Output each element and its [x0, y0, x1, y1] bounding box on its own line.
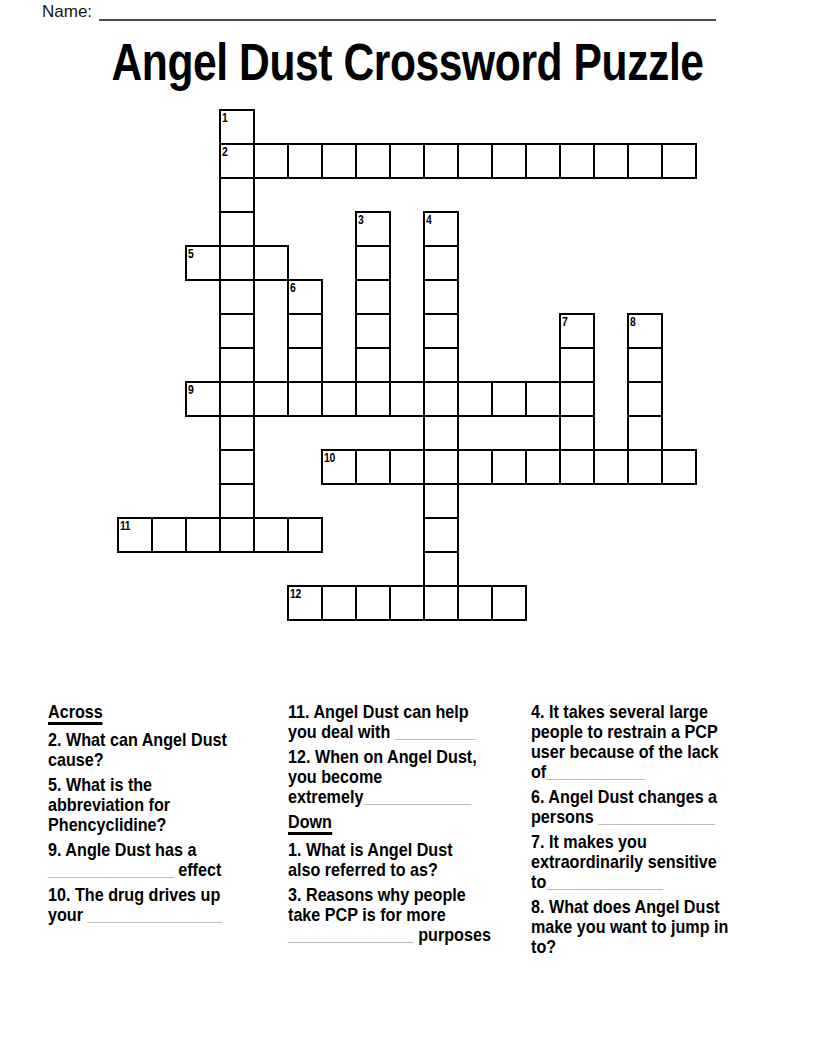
grid-cell-r1c9[interactable] — [423, 143, 459, 179]
clue-text-12a: When on Angel Dust, you become extremely… — [288, 746, 477, 807]
grid-cell-r12c5[interactable] — [287, 517, 323, 553]
grid-cell-r9c13[interactable] — [559, 415, 595, 451]
cell-number-9: 9 — [188, 383, 193, 397]
clue-across-12: 12. When on Angel Dust, you become extre… — [288, 747, 552, 807]
grid-cell-r1c15[interactable] — [627, 143, 663, 179]
grid-cell-r14c11[interactable] — [491, 585, 527, 621]
grid-cell-r6c9[interactable] — [423, 313, 459, 349]
grid-cell-r12c2[interactable] — [185, 517, 221, 553]
clue-number-11a: 11. — [288, 701, 310, 722]
grid-cell-r10c14[interactable] — [593, 449, 629, 485]
clue-number-8d: 8. — [531, 896, 544, 917]
grid-cell-r7c3[interactable] — [219, 347, 255, 383]
grid-cell-r1c7[interactable] — [355, 143, 391, 179]
name-blank-line[interactable] — [99, 19, 716, 21]
grid-cell-r9c3[interactable] — [219, 415, 255, 451]
grid-cell-r7c5[interactable] — [287, 347, 323, 383]
grid-cell-r6c15[interactable]: 8 — [627, 313, 663, 349]
clue-number-6d: 6. — [531, 786, 544, 807]
grid-cell-r7c13[interactable] — [559, 347, 595, 383]
grid-cell-r10c9[interactable] — [423, 449, 459, 485]
grid-cell-r8c3[interactable] — [219, 381, 255, 417]
grid-cell-r10c8[interactable] — [389, 449, 425, 485]
cell-number-11: 11 — [120, 519, 130, 533]
grid-cell-r7c9[interactable] — [423, 347, 459, 383]
grid-cell-r0c3[interactable]: 1 — [219, 109, 255, 145]
grid-cell-r4c4[interactable] — [253, 245, 289, 281]
grid-cell-r7c15[interactable] — [627, 347, 663, 383]
grid-cell-r14c9[interactable] — [423, 585, 459, 621]
grid-cell-r3c7[interactable]: 3 — [355, 211, 391, 247]
clue-number-5a: 5. — [48, 774, 61, 795]
answer-blank-line: ___________ — [546, 761, 645, 782]
across-header-label: Across — [48, 702, 103, 725]
clue-text-10a: The drug drives up your _______________ — [48, 884, 222, 925]
clue-number-9a: 9. — [48, 839, 61, 860]
grid-cell-r8c8[interactable] — [389, 381, 425, 417]
clue-text-8d: What does Angel Dust make you want to ju… — [531, 896, 728, 957]
grid-cell-r13c9[interactable] — [423, 551, 459, 587]
grid-cell-r9c9[interactable] — [423, 415, 459, 451]
cell-number-7: 7 — [562, 315, 567, 329]
page-title: Angel Dust Crossword Puzzle — [112, 37, 704, 88]
clue-text-4d: It takes several large people to restrai… — [531, 701, 719, 782]
grid-cell-r8c15[interactable] — [627, 381, 663, 417]
clue-number-1d: 1. — [288, 839, 301, 860]
clue-text-6d: Angel Dust changes a persons ___________… — [531, 786, 717, 827]
grid-cell-r12c9[interactable] — [423, 517, 459, 553]
clue-number-10a: 10. — [48, 884, 70, 905]
clue-across-10: 10. The drug drives up your ____________… — [48, 885, 312, 925]
clue-number-7d: 7. — [531, 831, 544, 852]
grid-cell-r10c13[interactable] — [559, 449, 595, 485]
title-bar: Angel Dust Crossword Puzzle — [0, 37, 816, 88]
grid-cell-r7c7[interactable] — [355, 347, 391, 383]
grid-cell-r8c13[interactable] — [559, 381, 595, 417]
clue-column-3: 4. It takes several large people to rest… — [531, 702, 795, 962]
grid-cell-r5c9[interactable] — [423, 279, 459, 315]
grid-cell-r6c7[interactable] — [355, 313, 391, 349]
cell-number-12: 12 — [290, 587, 301, 601]
clue-across-5: 5. What is the abbreviation for Phencycl… — [48, 775, 312, 835]
worksheet-page: Name: Angel Dust Crossword Puzzle 123456… — [0, 0, 816, 1056]
grid-cell-r8c11[interactable] — [491, 381, 527, 417]
clue-text-11a: Angel Dust can help you deal with ______… — [288, 701, 476, 742]
clue-down-7: 7. It makes you extraordinarily sensitiv… — [531, 832, 795, 892]
clue-number-4d: 4. — [531, 701, 544, 722]
grid-cell-r10c15[interactable] — [627, 449, 663, 485]
grid-cell-r8c12[interactable] — [525, 381, 561, 417]
answer-blank-line: ____________ — [363, 786, 471, 807]
grid-cell-r14c7[interactable] — [355, 585, 391, 621]
grid-cell-r4c7[interactable] — [355, 245, 391, 281]
grid-cell-r12c3[interactable] — [219, 517, 255, 553]
grid-cell-r5c5[interactable]: 6 — [287, 279, 323, 315]
clue-text-9a: Angle Dust has a ______________ effect — [48, 839, 221, 880]
grid-cell-r8c10[interactable] — [457, 381, 493, 417]
answer-blank-line: ______________ — [48, 859, 174, 880]
clue-column-2: 11. Angel Dust can help you deal with __… — [288, 702, 552, 950]
answer-blank-line: ______________ — [288, 924, 414, 945]
grid-cell-r1c14[interactable] — [593, 143, 629, 179]
grid-cell-r10c10[interactable] — [457, 449, 493, 485]
grid-cell-r8c4[interactable] — [253, 381, 289, 417]
clue-across-2: 2. What can Angel Dust cause? — [48, 730, 312, 770]
grid-cell-r1c8[interactable] — [389, 143, 425, 179]
clue-across-11: 11. Angel Dust can help you deal with __… — [288, 702, 552, 742]
grid-cell-r12c4[interactable] — [253, 517, 289, 553]
clue-text-3d: Reasons why people take PCP is for more … — [288, 884, 491, 945]
grid-cell-r1c3[interactable]: 2 — [219, 143, 255, 179]
grid-cell-r3c3[interactable] — [219, 211, 255, 247]
clue-text-5a: What is the abbreviation for Phencyclidi… — [48, 774, 170, 835]
clue-down-1: 1. What is Angel Dust also referred to a… — [288, 840, 552, 880]
cell-number-4: 4 — [426, 213, 431, 227]
grid-cell-r11c9[interactable] — [423, 483, 459, 519]
crossword-grid: 123456789101112 — [118, 110, 696, 620]
grid-cell-r12c0[interactable]: 11 — [117, 517, 153, 553]
cell-number-8: 8 — [630, 315, 635, 329]
grid-cell-r8c6[interactable] — [321, 381, 357, 417]
clue-column-1: Across 2. What can Angel Dust cause? 5. … — [48, 702, 312, 930]
cell-number-1: 1 — [222, 111, 227, 125]
grid-cell-r10c11[interactable] — [491, 449, 527, 485]
clue-number-3d: 3. — [288, 884, 301, 905]
grid-cell-r8c5[interactable] — [287, 381, 323, 417]
across-section-header: Across — [48, 702, 312, 725]
grid-cell-r1c6[interactable] — [321, 143, 357, 179]
grid-cell-r1c11[interactable] — [491, 143, 527, 179]
grid-cell-r6c5[interactable] — [287, 313, 323, 349]
answer-blank-line: _________ — [395, 721, 476, 742]
clue-down-6: 6. Angel Dust changes a persons ________… — [531, 787, 795, 827]
clue-text-7d: It makes you extraordinarily sensitive t… — [531, 831, 717, 892]
grid-cell-r1c4[interactable] — [253, 143, 289, 179]
answer-blank-line: _______________ — [87, 904, 222, 925]
grid-cell-r10c3[interactable] — [219, 449, 255, 485]
grid-cell-r1c13[interactable] — [559, 143, 595, 179]
grid-cell-r9c15[interactable] — [627, 415, 663, 451]
grid-cell-r4c9[interactable] — [423, 245, 459, 281]
answer-blank-line: _____________ — [546, 871, 663, 892]
grid-cell-r14c8[interactable] — [389, 585, 425, 621]
grid-cell-r8c9[interactable] — [423, 381, 459, 417]
grid-cell-r5c3[interactable] — [219, 279, 255, 315]
grid-cell-r1c16[interactable] — [661, 143, 697, 179]
grid-cell-r14c10[interactable] — [457, 585, 493, 621]
answer-blank-line: _____________ — [598, 806, 715, 827]
grid-cell-r5c7[interactable] — [355, 279, 391, 315]
clue-number-12a: 12. — [288, 746, 310, 767]
cell-number-2: 2 — [222, 145, 227, 159]
grid-cell-r1c12[interactable] — [525, 143, 561, 179]
clue-down-4: 4. It takes several large people to rest… — [531, 702, 795, 782]
grid-cell-r4c2[interactable]: 5 — [185, 245, 221, 281]
grid-cell-r2c3[interactable] — [219, 177, 255, 213]
grid-cell-r10c6[interactable]: 10 — [321, 449, 357, 485]
grid-cell-r10c16[interactable] — [661, 449, 697, 485]
grid-cell-r3c9[interactable]: 4 — [423, 211, 459, 247]
grid-cell-r11c3[interactable] — [219, 483, 255, 519]
grid-cell-r8c7[interactable] — [355, 381, 391, 417]
clue-text-1d: What is Angel Dust also referred to as? — [288, 839, 453, 880]
grid-cell-r6c13[interactable]: 7 — [559, 313, 595, 349]
down-section-header: Down — [288, 812, 552, 835]
name-label: Name: — [42, 2, 92, 22]
grid-cell-r14c6[interactable] — [321, 585, 357, 621]
clue-down-8: 8. What does Angel Dust make you want to… — [531, 897, 795, 957]
grid-cell-r10c12[interactable] — [525, 449, 561, 485]
grid-cell-r12c1[interactable] — [151, 517, 187, 553]
grid-cell-r4c3[interactable] — [219, 245, 255, 281]
clue-down-3: 3. Reasons why people take PCP is for mo… — [288, 885, 552, 945]
clue-text-2a: What can Angel Dust cause? — [48, 729, 227, 770]
cell-number-3: 3 — [358, 213, 363, 227]
grid-cell-r6c3[interactable] — [219, 313, 255, 349]
clue-across-9: 9. Angle Dust has a ______________ effec… — [48, 840, 312, 880]
grid-cell-r14c5[interactable]: 12 — [287, 585, 323, 621]
grid-cell-r1c5[interactable] — [287, 143, 323, 179]
cell-number-6: 6 — [290, 281, 295, 295]
down-header-label: Down — [288, 812, 332, 835]
cell-number-5: 5 — [188, 247, 193, 261]
grid-cell-r1c10[interactable] — [457, 143, 493, 179]
grid-cell-r10c7[interactable] — [355, 449, 391, 485]
grid-cell-r8c2[interactable]: 9 — [185, 381, 221, 417]
clue-number-2a: 2. — [48, 729, 61, 750]
cell-number-10: 10 — [324, 451, 335, 465]
